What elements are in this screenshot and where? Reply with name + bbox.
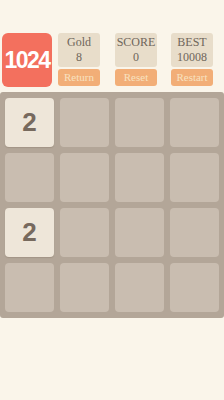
gold-box: Gold 8 bbox=[58, 33, 100, 67]
board-cell bbox=[170, 153, 219, 202]
board-cell bbox=[60, 98, 109, 147]
tile-2: 2 bbox=[5, 98, 54, 147]
reset-button[interactable]: Reset bbox=[115, 69, 157, 86]
gold-label: Gold bbox=[58, 34, 100, 50]
max-tile-1024: 1024 bbox=[2, 33, 52, 87]
board-cell bbox=[5, 153, 54, 202]
restart-button[interactable]: Restart bbox=[171, 69, 213, 86]
board-cell bbox=[60, 208, 109, 257]
score-panel: SCORE 0 Reset bbox=[115, 33, 157, 86]
board-cell bbox=[115, 208, 164, 257]
board-cell bbox=[170, 208, 219, 257]
best-panel: BEST 10008 Restart bbox=[171, 33, 213, 86]
board-cell bbox=[60, 263, 109, 312]
board-cell bbox=[170, 98, 219, 147]
game-screen: 1024 Gold 8 Return SCORE 0 Reset BEST 10… bbox=[0, 0, 224, 400]
best-box: BEST 10008 bbox=[171, 33, 213, 67]
score-value: 0 bbox=[115, 50, 157, 65]
score-label: SCORE bbox=[115, 34, 157, 50]
board-cell bbox=[5, 263, 54, 312]
tile-2: 2 bbox=[5, 208, 54, 257]
gold-panel: Gold 8 Return bbox=[58, 33, 100, 86]
board-cell bbox=[115, 153, 164, 202]
best-label: BEST bbox=[171, 34, 213, 50]
board-cell bbox=[115, 98, 164, 147]
board-cell bbox=[60, 153, 109, 202]
board-grid[interactable]: 22 bbox=[0, 92, 224, 318]
best-value: 10008 bbox=[171, 50, 213, 65]
score-box: SCORE 0 bbox=[115, 33, 157, 67]
gold-value: 8 bbox=[58, 50, 100, 65]
board-cell bbox=[115, 263, 164, 312]
board-cell bbox=[170, 263, 219, 312]
return-button[interactable]: Return bbox=[58, 69, 100, 86]
